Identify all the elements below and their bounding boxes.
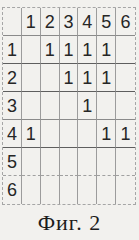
row-label-6: 6 [3,176,22,204]
matrix-cell: 1 [41,36,60,64]
row-label-4: 4 [3,120,22,148]
matrix-cell [116,92,135,120]
matrix-cell [60,176,79,204]
matrix-cell [22,92,41,120]
col-header-4: 4 [78,8,97,36]
matrix-cell: 1 [78,64,97,92]
matrix-cell: 1 [116,120,135,148]
matrix-cell [60,120,79,148]
matrix-grid: 1 2 3 4 5 6 1 1 1 1 1 2 1 1 1 3 1 4 1 1 … [2,7,136,205]
col-header-2: 2 [41,8,60,36]
col-header-6: 6 [116,8,135,36]
figure-caption: Фиг. 2 [0,210,139,236]
matrix-cell: 1 [22,120,41,148]
row-label-2: 2 [3,64,22,92]
matrix-cell [60,148,79,176]
matrix-cell: 1 [78,92,97,120]
matrix-cell: 1 [60,36,79,64]
matrix-cell [22,148,41,176]
matrix-cell: 1 [97,36,116,64]
matrix-cell: 1 [97,64,116,92]
col-header-5: 5 [97,8,116,36]
matrix-cell [97,176,116,204]
matrix-cell [41,120,60,148]
matrix-cell [116,176,135,204]
matrix-cell [116,64,135,92]
col-header-1: 1 [22,8,41,36]
matrix-cell: 1 [97,120,116,148]
matrix-cell [22,176,41,204]
row-label-5: 5 [3,148,22,176]
matrix-cell [22,64,41,92]
matrix-cell: 1 [78,36,97,64]
matrix-cell [78,176,97,204]
matrix-cell [116,36,135,64]
matrix-cell [41,64,60,92]
matrix-cell: 1 [60,64,79,92]
matrix-cell [41,148,60,176]
matrix-cell [97,92,116,120]
row-label-3: 3 [3,92,22,120]
matrix-cell [41,92,60,120]
matrix-cell [97,148,116,176]
matrix-cell [116,148,135,176]
col-header-3: 3 [60,8,79,36]
matrix-cell [41,176,60,204]
matrix-cell [22,36,41,64]
row-label-1: 1 [3,36,22,64]
corner-cell [3,8,22,36]
matrix-cell [78,120,97,148]
matrix-cell [78,148,97,176]
matrix-cell [60,92,79,120]
